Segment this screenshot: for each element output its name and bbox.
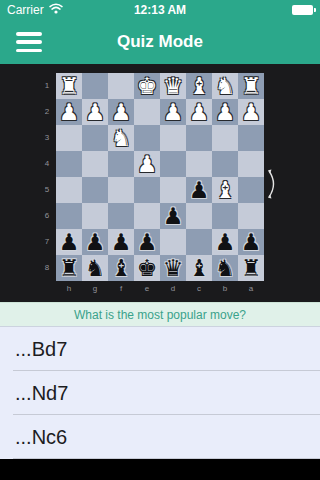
square-d5[interactable] [160,177,186,203]
white-rook-piece: ♜ [59,73,80,99]
footer-gap [0,459,320,480]
answer-option-Bd7[interactable]: ...Bd7 [0,327,320,371]
white-pawn-piece: ♟ [137,151,158,177]
black-bishop-piece: ♝ [189,255,210,281]
white-rook-piece: ♜ [241,73,262,99]
square-a8[interactable]: ♜ [238,255,264,281]
black-rook-piece: ♜ [241,255,262,281]
black-knight-piece: ♞ [85,255,106,281]
white-queen-piece: ♛ [163,73,184,99]
rank-label-8: 8 [42,255,52,281]
square-g3[interactable] [82,125,108,151]
square-e7[interactable]: ♟ [134,229,160,255]
square-c8[interactable]: ♝ [186,255,212,281]
square-g1[interactable] [82,73,108,99]
rank-labels: 12345678 [42,73,52,281]
square-c2[interactable]: ♟ [186,99,212,125]
white-king-piece: ♚ [137,73,158,99]
rank-label-6: 6 [42,203,52,229]
status-bar: Carrier 12:13 AM [0,0,320,20]
square-a6[interactable] [238,203,264,229]
square-c6[interactable] [186,203,212,229]
black-pawn-piece: ♟ [241,229,262,255]
white-pawn-piece: ♟ [111,99,132,125]
file-label-f: f [108,283,134,295]
black-queen-piece: ♛ [163,255,184,281]
chess-board[interactable]: ♜♚♛♝♞♜♟♟♟♟♟♟♟♞♟♟♝♟♟♟♟♟♟♟♜♞♝♚♛♝♞♜ [56,73,264,281]
white-bishop-piece: ♝ [189,73,210,99]
black-pawn-piece: ♟ [163,203,184,229]
question-banner: What is the most popular move? [0,302,320,327]
square-a1[interactable]: ♜ [238,73,264,99]
answer-option-Nc6[interactable]: ...Nc6 [0,415,320,459]
app-screen: Carrier 12:13 AM Quiz Mode 12345678 ♜♚♛♝… [0,0,320,480]
square-h4[interactable] [56,151,82,177]
square-e6[interactable] [134,203,160,229]
square-f3[interactable]: ♞ [108,125,134,151]
black-pawn-piece: ♟ [59,229,80,255]
square-e5[interactable] [134,177,160,203]
square-c5[interactable]: ♟ [186,177,212,203]
file-label-e: e [134,283,160,295]
hamburger-menu-icon[interactable] [16,32,42,52]
white-pawn-piece: ♟ [189,99,210,125]
square-h6[interactable] [56,203,82,229]
black-pawn-piece: ♟ [111,229,132,255]
square-e3[interactable] [134,125,160,151]
square-d1[interactable]: ♛ [160,73,186,99]
rank-label-2: 2 [42,99,52,125]
white-knight-piece: ♞ [215,73,236,99]
rank-label-1: 1 [42,73,52,99]
wifi-icon [49,3,63,17]
black-rook-piece: ♜ [59,255,80,281]
square-b1[interactable]: ♞ [212,73,238,99]
file-label-b: b [212,283,238,295]
square-d6[interactable]: ♟ [160,203,186,229]
rank-label-3: 3 [42,125,52,151]
square-h8[interactable]: ♜ [56,255,82,281]
square-h2[interactable]: ♟ [56,99,82,125]
square-d7[interactable] [160,229,186,255]
square-f2[interactable]: ♟ [108,99,134,125]
battery-icon [292,5,313,15]
square-h5[interactable] [56,177,82,203]
black-pawn-piece: ♟ [189,177,210,203]
board-wrap: 12345678 ♜♚♛♝♞♜♟♟♟♟♟♟♟♞♟♟♝♟♟♟♟♟♟♟♜♞♝♚♛♝♞… [56,73,264,281]
square-b8[interactable]: ♞ [212,255,238,281]
square-a5[interactable] [238,177,264,203]
square-f6[interactable] [108,203,134,229]
white-pawn-piece: ♟ [59,99,80,125]
square-f8[interactable]: ♝ [108,255,134,281]
square-a2[interactable]: ♟ [238,99,264,125]
square-c4[interactable] [186,151,212,177]
square-g2[interactable]: ♟ [82,99,108,125]
white-pawn-piece: ♟ [85,99,106,125]
rank-label-5: 5 [42,177,52,203]
nav-bar: Quiz Mode [0,20,320,64]
square-d3[interactable] [160,125,186,151]
square-h3[interactable] [56,125,82,151]
square-g6[interactable] [82,203,108,229]
square-d2[interactable]: ♟ [160,99,186,125]
square-c3[interactable] [186,125,212,151]
square-g7[interactable]: ♟ [82,229,108,255]
board-section: 12345678 ♜♚♛♝♞♜♟♟♟♟♟♟♟♞♟♟♝♟♟♟♟♟♟♟♜♞♝♚♛♝♞… [0,64,320,302]
white-bishop-piece: ♝ [215,177,236,203]
black-pawn-piece: ♟ [137,229,158,255]
rank-label-4: 4 [42,151,52,177]
answer-option-Nd7[interactable]: ...Nd7 [0,371,320,415]
square-d8[interactable]: ♛ [160,255,186,281]
square-b3[interactable] [212,125,238,151]
carrier-label: Carrier [7,3,44,17]
square-f1[interactable] [108,73,134,99]
square-b4[interactable] [212,151,238,177]
white-pawn-piece: ♟ [215,99,236,125]
answer-list: ...Bd7...Nd7...Nc6 [0,327,320,459]
square-e8[interactable]: ♚ [134,255,160,281]
file-label-d: d [160,283,186,295]
square-g5[interactable] [82,177,108,203]
square-g8[interactable]: ♞ [82,255,108,281]
square-d4[interactable] [160,151,186,177]
square-f7[interactable]: ♟ [108,229,134,255]
white-pawn-piece: ♟ [241,99,262,125]
square-e2[interactable] [134,99,160,125]
page-title: Quiz Mode [117,32,203,52]
square-h7[interactable]: ♟ [56,229,82,255]
square-h1[interactable]: ♜ [56,73,82,99]
white-knight-piece: ♞ [111,125,132,151]
black-pawn-piece: ♟ [215,229,236,255]
file-label-a: a [238,283,264,295]
square-f4[interactable] [108,151,134,177]
black-king-piece: ♚ [137,255,158,281]
rank-label-7: 7 [42,229,52,255]
square-g4[interactable] [82,151,108,177]
square-c1[interactable]: ♝ [186,73,212,99]
square-f5[interactable] [108,177,134,203]
square-c7[interactable] [186,229,212,255]
file-labels: hgfedcba [56,283,264,295]
file-label-g: g [82,283,108,295]
square-b5[interactable]: ♝ [212,177,238,203]
flip-board-icon[interactable] [266,168,280,204]
file-label-c: c [186,283,212,295]
square-a3[interactable] [238,125,264,151]
square-e1[interactable]: ♚ [134,73,160,99]
square-b2[interactable]: ♟ [212,99,238,125]
file-label-h: h [56,283,82,295]
black-knight-piece: ♞ [215,255,236,281]
black-bishop-piece: ♝ [111,255,132,281]
white-pawn-piece: ♟ [163,99,184,125]
question-text: What is the most popular move? [74,308,246,322]
square-e4[interactable]: ♟ [134,151,160,177]
square-b7[interactable]: ♟ [212,229,238,255]
square-a7[interactable]: ♟ [238,229,264,255]
black-pawn-piece: ♟ [85,229,106,255]
square-a4[interactable] [238,151,264,177]
square-b6[interactable] [212,203,238,229]
